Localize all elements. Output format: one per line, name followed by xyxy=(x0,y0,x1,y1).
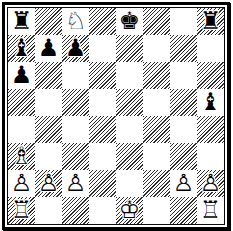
square-h3[interactable] xyxy=(197,143,224,170)
square-f5[interactable] xyxy=(143,89,170,116)
piece-white-pawn: ♟♙ xyxy=(35,170,62,197)
square-a5[interactable] xyxy=(8,89,35,116)
square-d7[interactable] xyxy=(89,35,116,62)
piece-white-knight: ♞♘ xyxy=(62,8,89,35)
piece-black-rook: ♜ xyxy=(197,8,224,35)
square-c2[interactable]: ♟♙ xyxy=(62,170,89,197)
square-d1[interactable] xyxy=(89,197,116,224)
piece-white-pawn: ♟♙ xyxy=(170,170,197,197)
square-h2[interactable]: ♟♙ xyxy=(197,170,224,197)
square-b3[interactable] xyxy=(35,143,62,170)
piece-black-bishop: ♝ xyxy=(197,89,224,116)
square-b4[interactable] xyxy=(35,116,62,143)
square-d6[interactable] xyxy=(89,62,116,89)
square-h8[interactable]: ♜ xyxy=(197,8,224,35)
square-c4[interactable] xyxy=(62,116,89,143)
square-e1[interactable]: ♚♔ xyxy=(116,197,143,224)
square-h7[interactable] xyxy=(197,35,224,62)
square-g7[interactable] xyxy=(170,35,197,62)
square-a6[interactable]: ♟ xyxy=(8,62,35,89)
square-a1[interactable]: ♜♖ xyxy=(8,197,35,224)
chessboard: ♜♞♘♚♜♝♟♟♟♝♝♗♟♙♟♙♟♙♟♙♟♙♜♖♚♔♜♖ xyxy=(8,8,224,224)
square-e3[interactable] xyxy=(116,143,143,170)
square-b7[interactable]: ♟ xyxy=(35,35,62,62)
square-e6[interactable] xyxy=(116,62,143,89)
square-c1[interactable] xyxy=(62,197,89,224)
square-f8[interactable] xyxy=(143,8,170,35)
square-a3[interactable]: ♝♗ xyxy=(8,143,35,170)
square-h4[interactable] xyxy=(197,116,224,143)
piece-white-king: ♚♔ xyxy=(116,197,143,224)
square-c3[interactable] xyxy=(62,143,89,170)
piece-white-bishop: ♝♗ xyxy=(8,143,35,170)
square-d5[interactable] xyxy=(89,89,116,116)
piece-black-pawn: ♟ xyxy=(35,35,62,62)
piece-black-king: ♚ xyxy=(116,8,143,35)
square-b2[interactable]: ♟♙ xyxy=(35,170,62,197)
square-h5[interactable]: ♝ xyxy=(197,89,224,116)
piece-black-pawn: ♟ xyxy=(8,62,35,89)
square-d2[interactable] xyxy=(89,170,116,197)
square-f6[interactable] xyxy=(143,62,170,89)
piece-white-pawn: ♟♙ xyxy=(197,170,224,197)
square-e8[interactable]: ♚ xyxy=(116,8,143,35)
square-g1[interactable] xyxy=(170,197,197,224)
square-g6[interactable] xyxy=(170,62,197,89)
square-h6[interactable] xyxy=(197,62,224,89)
square-b5[interactable] xyxy=(35,89,62,116)
square-c7[interactable]: ♟ xyxy=(62,35,89,62)
square-g8[interactable] xyxy=(170,8,197,35)
board-frame: ♜♞♘♚♜♝♟♟♟♝♝♗♟♙♟♙♟♙♟♙♟♙♜♖♚♔♜♖ xyxy=(2,2,230,230)
piece-black-bishop: ♝ xyxy=(8,35,35,62)
square-f1[interactable] xyxy=(143,197,170,224)
square-a2[interactable]: ♟♙ xyxy=(8,170,35,197)
square-g4[interactable] xyxy=(170,116,197,143)
square-b1[interactable] xyxy=(35,197,62,224)
square-d3[interactable] xyxy=(89,143,116,170)
square-b6[interactable] xyxy=(35,62,62,89)
square-e2[interactable] xyxy=(116,170,143,197)
square-a8[interactable]: ♜ xyxy=(8,8,35,35)
piece-white-pawn: ♟♙ xyxy=(62,170,89,197)
piece-white-rook: ♜♖ xyxy=(8,197,35,224)
square-f2[interactable] xyxy=(143,170,170,197)
square-g5[interactable] xyxy=(170,89,197,116)
square-a4[interactable] xyxy=(8,116,35,143)
square-e4[interactable] xyxy=(116,116,143,143)
board-inner-border: ♜♞♘♚♜♝♟♟♟♝♝♗♟♙♟♙♟♙♟♙♟♙♜♖♚♔♜♖ xyxy=(7,7,225,225)
square-d4[interactable] xyxy=(89,116,116,143)
square-c5[interactable] xyxy=(62,89,89,116)
square-b8[interactable] xyxy=(35,8,62,35)
piece-black-pawn: ♟ xyxy=(62,35,89,62)
square-f7[interactable] xyxy=(143,35,170,62)
square-f4[interactable] xyxy=(143,116,170,143)
square-g3[interactable] xyxy=(170,143,197,170)
piece-black-rook: ♜ xyxy=(8,8,35,35)
square-a7[interactable]: ♝ xyxy=(8,35,35,62)
square-g2[interactable]: ♟♙ xyxy=(170,170,197,197)
square-c6[interactable] xyxy=(62,62,89,89)
square-h1[interactable]: ♜♖ xyxy=(197,197,224,224)
square-d8[interactable] xyxy=(89,8,116,35)
square-e5[interactable] xyxy=(116,89,143,116)
piece-white-pawn: ♟♙ xyxy=(8,170,35,197)
square-f3[interactable] xyxy=(143,143,170,170)
piece-white-rook: ♜♖ xyxy=(197,197,224,224)
square-c8[interactable]: ♞♘ xyxy=(62,8,89,35)
square-e7[interactable] xyxy=(116,35,143,62)
